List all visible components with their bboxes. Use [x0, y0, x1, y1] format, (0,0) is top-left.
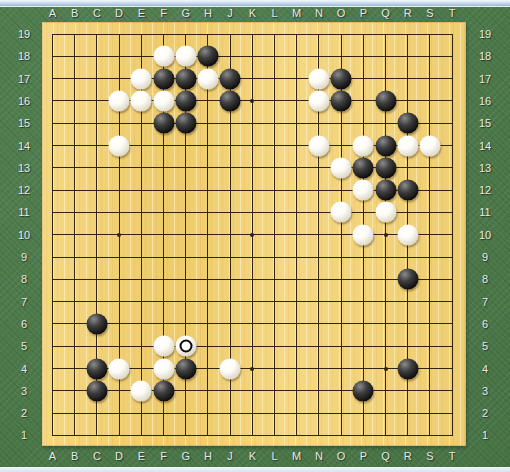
row-label-right-3: 3 — [482, 385, 488, 397]
row-label-left-3: 3 — [21, 385, 27, 397]
row-label-left-12: 12 — [18, 184, 30, 196]
white-stone-p10 — [353, 224, 374, 245]
col-label-top-e: E — [138, 7, 145, 19]
grid-line-horizontal — [52, 346, 453, 347]
white-stone-f4 — [153, 358, 174, 379]
black-stone-q12 — [375, 180, 396, 201]
row-label-right-9: 9 — [482, 251, 488, 263]
black-stone-g15 — [175, 113, 196, 134]
row-label-right-13: 13 — [479, 162, 491, 174]
row-label-left-7: 7 — [21, 296, 27, 308]
row-label-right-14: 14 — [479, 140, 491, 152]
white-stone-h17 — [197, 68, 218, 89]
col-label-top-m: M — [292, 7, 301, 19]
star-point-d10 — [117, 233, 121, 237]
white-stone-o11 — [331, 202, 352, 223]
col-label-bottom-s: S — [426, 450, 433, 462]
col-label-top-n: N — [315, 7, 323, 19]
white-stone-g18 — [175, 46, 196, 67]
col-label-bottom-k: K — [249, 450, 256, 462]
white-stone-p12 — [353, 180, 374, 201]
row-label-left-9: 9 — [21, 251, 27, 263]
black-stone-g4 — [175, 358, 196, 379]
black-stone-q13 — [375, 157, 396, 178]
row-label-left-4: 4 — [21, 363, 27, 375]
white-stone-j4 — [220, 358, 241, 379]
col-label-bottom-r: R — [404, 450, 412, 462]
go-app-window: AABBCCDDEEFFGGHHJJKKLLMMNNOOPPQQRRSSTT19… — [0, 0, 510, 472]
white-stone-q11 — [375, 202, 396, 223]
row-label-left-1: 1 — [21, 429, 27, 441]
star-point-k4 — [250, 367, 254, 371]
black-stone-c4 — [86, 358, 107, 379]
row-label-right-17: 17 — [479, 73, 491, 85]
row-label-left-15: 15 — [18, 117, 30, 129]
row-label-left-5: 5 — [21, 340, 27, 352]
row-label-right-8: 8 — [482, 273, 488, 285]
col-label-top-r: R — [404, 7, 412, 19]
last-move-marker — [179, 340, 192, 353]
grid-line-vertical — [429, 34, 430, 436]
go-board[interactable] — [42, 22, 466, 446]
white-stone-e3 — [131, 380, 152, 401]
col-label-top-h: H — [204, 7, 212, 19]
black-stone-r12 — [397, 180, 418, 201]
grid-line-horizontal — [52, 435, 453, 436]
col-label-top-s: S — [426, 7, 433, 19]
col-label-top-c: C — [93, 7, 101, 19]
col-label-bottom-e: E — [138, 450, 145, 462]
col-label-bottom-f: F — [160, 450, 167, 462]
white-stone-s14 — [419, 135, 440, 156]
white-stone-o13 — [331, 157, 352, 178]
star-point-k16 — [250, 99, 254, 103]
white-stone-n16 — [308, 90, 329, 111]
window-top-edge — [0, 0, 510, 7]
white-stone-d14 — [109, 135, 130, 156]
grid-line-vertical — [274, 34, 275, 436]
col-label-bottom-j: J — [227, 450, 233, 462]
white-stone-r14 — [397, 135, 418, 156]
grid-line-horizontal — [52, 390, 453, 391]
col-label-bottom-n: N — [315, 450, 323, 462]
white-stone-n14 — [308, 135, 329, 156]
grid-line-horizontal — [52, 279, 453, 280]
grid-line-vertical — [296, 34, 297, 436]
white-stone-f16 — [153, 90, 174, 111]
black-stone-f3 — [153, 380, 174, 401]
row-label-left-13: 13 — [18, 162, 30, 174]
white-stone-f5 — [153, 336, 174, 357]
col-label-bottom-o: O — [337, 450, 346, 462]
white-stone-d16 — [109, 90, 130, 111]
white-stone-d4 — [109, 358, 130, 379]
col-label-bottom-l: L — [271, 450, 277, 462]
white-stone-f18 — [153, 46, 174, 67]
row-label-right-16: 16 — [479, 95, 491, 107]
grid-line-horizontal — [52, 323, 453, 324]
black-stone-j16 — [220, 90, 241, 111]
col-label-bottom-p: P — [360, 450, 367, 462]
star-point-q4 — [384, 367, 388, 371]
row-label-right-5: 5 — [482, 340, 488, 352]
grid-line-vertical — [452, 34, 453, 436]
black-stone-r15 — [397, 113, 418, 134]
black-stone-f17 — [153, 68, 174, 89]
row-label-left-17: 17 — [18, 73, 30, 85]
col-label-top-q: Q — [381, 7, 390, 19]
row-label-right-12: 12 — [479, 184, 491, 196]
black-stone-p3 — [353, 380, 374, 401]
black-stone-o17 — [331, 68, 352, 89]
col-label-bottom-g: G — [181, 450, 190, 462]
window-bottom-edge — [0, 467, 510, 472]
star-point-q10 — [384, 233, 388, 237]
col-label-bottom-d: D — [115, 450, 123, 462]
black-stone-q14 — [375, 135, 396, 156]
row-label-left-8: 8 — [21, 273, 27, 285]
row-label-right-1: 1 — [482, 429, 488, 441]
star-point-k10 — [250, 233, 254, 237]
col-label-top-k: K — [249, 7, 256, 19]
white-stone-n17 — [308, 68, 329, 89]
col-label-top-b: B — [71, 7, 78, 19]
row-label-left-11: 11 — [18, 206, 29, 218]
black-stone-h18 — [197, 46, 218, 67]
black-stone-c3 — [86, 380, 107, 401]
row-label-left-19: 19 — [18, 28, 30, 40]
black-stone-j17 — [220, 68, 241, 89]
col-label-top-o: O — [337, 7, 346, 19]
row-label-right-7: 7 — [482, 296, 488, 308]
grid-line-horizontal — [52, 301, 453, 302]
grid-line-horizontal — [52, 413, 453, 414]
col-label-top-d: D — [115, 7, 123, 19]
col-label-top-j: J — [227, 7, 233, 19]
row-label-left-6: 6 — [21, 318, 27, 330]
row-label-left-10: 10 — [18, 229, 30, 241]
black-stone-o16 — [331, 90, 352, 111]
col-label-top-f: F — [160, 7, 167, 19]
black-stone-g17 — [175, 68, 196, 89]
black-stone-g16 — [175, 90, 196, 111]
row-label-left-16: 16 — [18, 95, 30, 107]
black-stone-f15 — [153, 113, 174, 134]
col-label-bottom-a: A — [49, 450, 56, 462]
black-stone-r8 — [397, 269, 418, 290]
black-stone-r4 — [397, 358, 418, 379]
row-label-right-6: 6 — [482, 318, 488, 330]
row-label-left-18: 18 — [18, 50, 30, 62]
black-stone-c6 — [86, 313, 107, 334]
col-label-top-t: T — [449, 7, 456, 19]
white-stone-r10 — [397, 224, 418, 245]
col-label-bottom-m: M — [292, 450, 301, 462]
black-stone-p13 — [353, 157, 374, 178]
row-label-right-15: 15 — [479, 117, 491, 129]
col-label-top-g: G — [181, 7, 190, 19]
row-label-right-11: 11 — [479, 206, 490, 218]
row-label-left-14: 14 — [18, 140, 30, 152]
black-stone-q16 — [375, 90, 396, 111]
row-label-right-18: 18 — [479, 50, 491, 62]
col-label-top-p: P — [360, 7, 367, 19]
white-stone-e16 — [131, 90, 152, 111]
col-label-bottom-c: C — [93, 450, 101, 462]
col-label-bottom-b: B — [71, 450, 78, 462]
row-label-right-10: 10 — [479, 229, 491, 241]
col-label-bottom-t: T — [449, 450, 456, 462]
white-stone-p14 — [353, 135, 374, 156]
row-label-right-19: 19 — [479, 28, 491, 40]
col-label-bottom-q: Q — [381, 450, 390, 462]
grid-line-horizontal — [52, 257, 453, 258]
col-label-top-l: L — [271, 7, 277, 19]
col-label-bottom-h: H — [204, 450, 212, 462]
col-label-top-a: A — [49, 7, 56, 19]
row-label-left-2: 2 — [21, 407, 27, 419]
row-label-right-4: 4 — [482, 363, 488, 375]
row-label-right-2: 2 — [482, 407, 488, 419]
white-stone-e17 — [131, 68, 152, 89]
